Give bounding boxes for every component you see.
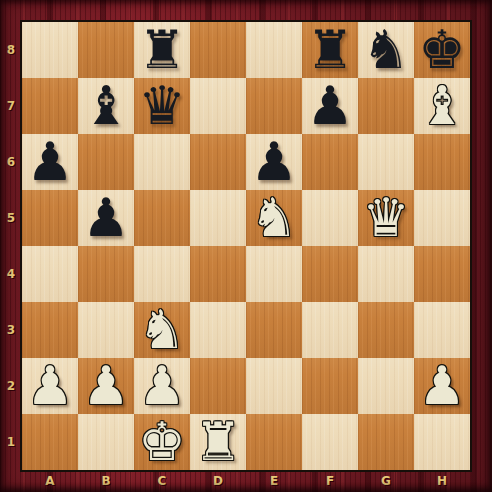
square-h5[interactable] [414, 190, 470, 246]
square-b8[interactable] [78, 22, 134, 78]
square-h6[interactable] [414, 134, 470, 190]
square-c3[interactable]: ♞ [134, 302, 190, 358]
rank-label-1: 1 [0, 414, 22, 470]
square-f3[interactable] [302, 302, 358, 358]
square-d7[interactable] [190, 78, 246, 134]
square-g8[interactable]: ♞ [358, 22, 414, 78]
square-e4[interactable] [246, 246, 302, 302]
rank-label-5: 5 [0, 190, 22, 246]
square-g5[interactable]: ♛ [358, 190, 414, 246]
piece-black-rook[interactable]: ♜ [138, 23, 186, 76]
square-h3[interactable] [414, 302, 470, 358]
square-h2[interactable]: ♟ [414, 358, 470, 414]
square-d8[interactable] [190, 22, 246, 78]
square-h7[interactable]: ♝ [414, 78, 470, 134]
piece-black-pawn[interactable]: ♟ [306, 79, 354, 132]
square-b2[interactable]: ♟ [78, 358, 134, 414]
square-d5[interactable] [190, 190, 246, 246]
square-d6[interactable] [190, 134, 246, 190]
piece-white-knight[interactable]: ♞ [138, 303, 186, 356]
square-f5[interactable] [302, 190, 358, 246]
square-c8[interactable]: ♜ [134, 22, 190, 78]
square-d4[interactable] [190, 246, 246, 302]
file-label-e: E [246, 470, 302, 492]
square-g2[interactable] [358, 358, 414, 414]
piece-white-king[interactable]: ♚ [138, 415, 186, 468]
rank-label-8: 8 [0, 22, 22, 78]
rank-label-4: 4 [0, 246, 22, 302]
piece-black-bishop[interactable]: ♝ [82, 79, 130, 132]
square-b1[interactable] [78, 414, 134, 470]
square-f4[interactable] [302, 246, 358, 302]
rank-label-3: 3 [0, 302, 22, 358]
rank-label-7: 7 [0, 78, 22, 134]
file-label-c: C [134, 470, 190, 492]
square-a1[interactable] [22, 414, 78, 470]
chess-board-screenshot: 87654321 ABCDEFGH ♜♜♞♚♝♛♟♝♟♟♟♞♛♞♟♟♟♟♚♜ [0, 0, 492, 492]
square-f1[interactable] [302, 414, 358, 470]
square-f6[interactable] [302, 134, 358, 190]
piece-white-bishop[interactable]: ♝ [418, 79, 466, 132]
square-d3[interactable] [190, 302, 246, 358]
square-h8[interactable]: ♚ [414, 22, 470, 78]
square-c7[interactable]: ♛ [134, 78, 190, 134]
square-d2[interactable] [190, 358, 246, 414]
square-f8[interactable]: ♜ [302, 22, 358, 78]
square-c5[interactable] [134, 190, 190, 246]
square-a4[interactable] [22, 246, 78, 302]
piece-white-rook[interactable]: ♜ [194, 415, 242, 468]
square-d1[interactable]: ♜ [190, 414, 246, 470]
piece-black-pawn[interactable]: ♟ [82, 191, 130, 244]
piece-black-rook[interactable]: ♜ [306, 23, 354, 76]
file-label-a: A [22, 470, 78, 492]
square-f7[interactable]: ♟ [302, 78, 358, 134]
square-a3[interactable] [22, 302, 78, 358]
square-c1[interactable]: ♚ [134, 414, 190, 470]
rank-labels: 87654321 [0, 22, 22, 470]
piece-white-pawn[interactable]: ♟ [138, 359, 186, 412]
square-c4[interactable] [134, 246, 190, 302]
square-g3[interactable] [358, 302, 414, 358]
square-e2[interactable] [246, 358, 302, 414]
square-a7[interactable] [22, 78, 78, 134]
square-e6[interactable]: ♟ [246, 134, 302, 190]
piece-black-queen[interactable]: ♛ [138, 79, 186, 132]
square-b7[interactable]: ♝ [78, 78, 134, 134]
file-labels: ABCDEFGH [22, 470, 470, 492]
piece-black-pawn[interactable]: ♟ [250, 135, 298, 188]
square-b4[interactable] [78, 246, 134, 302]
square-g1[interactable] [358, 414, 414, 470]
square-f2[interactable] [302, 358, 358, 414]
file-label-g: G [358, 470, 414, 492]
square-b5[interactable]: ♟ [78, 190, 134, 246]
square-c6[interactable] [134, 134, 190, 190]
file-label-f: F [302, 470, 358, 492]
square-b3[interactable] [78, 302, 134, 358]
square-g4[interactable] [358, 246, 414, 302]
square-c2[interactable]: ♟ [134, 358, 190, 414]
square-a5[interactable] [22, 190, 78, 246]
file-label-d: D [190, 470, 246, 492]
square-h1[interactable] [414, 414, 470, 470]
square-a6[interactable]: ♟ [22, 134, 78, 190]
rank-label-6: 6 [0, 134, 22, 190]
piece-white-pawn[interactable]: ♟ [418, 359, 466, 412]
piece-black-king[interactable]: ♚ [418, 23, 466, 76]
square-g7[interactable] [358, 78, 414, 134]
square-b6[interactable] [78, 134, 134, 190]
square-a8[interactable] [22, 22, 78, 78]
square-h4[interactable] [414, 246, 470, 302]
piece-white-queen[interactable]: ♛ [362, 191, 410, 244]
piece-white-pawn[interactable]: ♟ [82, 359, 130, 412]
piece-black-pawn[interactable]: ♟ [26, 135, 74, 188]
rank-label-2: 2 [0, 358, 22, 414]
file-label-b: B [78, 470, 134, 492]
piece-white-pawn[interactable]: ♟ [26, 359, 74, 412]
file-label-h: H [414, 470, 470, 492]
square-a2[interactable]: ♟ [22, 358, 78, 414]
square-e1[interactable] [246, 414, 302, 470]
chess-board: ♜♜♞♚♝♛♟♝♟♟♟♞♛♞♟♟♟♟♚♜ [22, 22, 470, 470]
piece-black-knight[interactable]: ♞ [362, 23, 410, 76]
piece-white-knight[interactable]: ♞ [250, 191, 298, 244]
square-g6[interactable] [358, 134, 414, 190]
square-e8[interactable] [246, 22, 302, 78]
square-e7[interactable] [246, 78, 302, 134]
square-e3[interactable] [246, 302, 302, 358]
square-e5[interactable]: ♞ [246, 190, 302, 246]
